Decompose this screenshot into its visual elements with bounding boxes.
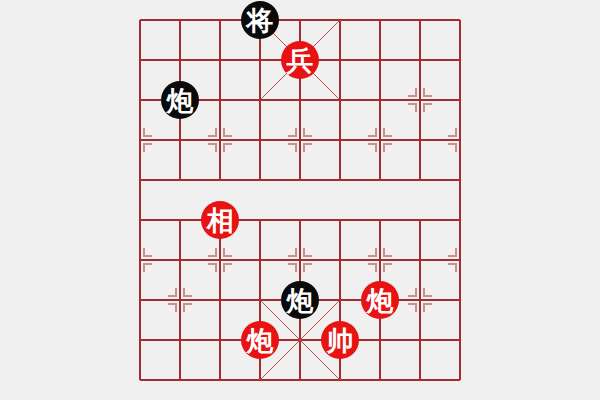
piece-black-general[interactable]: 将 — [241, 1, 279, 39]
piece-black-cannon-2[interactable]: 炮 — [281, 281, 319, 319]
piece-layer: 将兵炮相炮炮炮帅 — [120, 0, 480, 400]
piece-red-elephant[interactable]: 相 — [201, 201, 239, 239]
piece-red-cannon-1[interactable]: 炮 — [361, 281, 399, 319]
piece-red-cannon-2[interactable]: 炮 — [241, 321, 279, 359]
piece-red-soldier[interactable]: 兵 — [281, 41, 319, 79]
piece-red-general[interactable]: 帅 — [321, 321, 359, 359]
piece-black-cannon-1[interactable]: 炮 — [161, 81, 199, 119]
xiangqi-board: 将兵炮相炮炮炮帅 — [0, 0, 600, 400]
